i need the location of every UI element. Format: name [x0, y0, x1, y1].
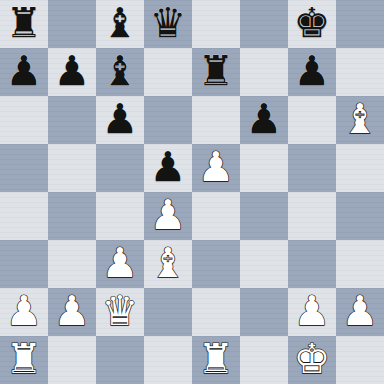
- square-c8[interactable]: ♝: [96, 0, 144, 48]
- square-h1[interactable]: [336, 336, 384, 384]
- square-c7[interactable]: ♝: [96, 48, 144, 96]
- square-f8[interactable]: [240, 0, 288, 48]
- square-d3[interactable]: ♝: [144, 240, 192, 288]
- black-pawn-piece[interactable]: ♟: [150, 144, 187, 191]
- square-h2[interactable]: ♟: [336, 288, 384, 336]
- square-a7[interactable]: ♟: [0, 48, 48, 96]
- black-queen-piece[interactable]: ♛: [150, 0, 187, 47]
- square-a1[interactable]: ♜: [0, 336, 48, 384]
- square-h6[interactable]: ♝: [336, 96, 384, 144]
- square-g5[interactable]: [288, 144, 336, 192]
- square-c6[interactable]: ♟: [96, 96, 144, 144]
- square-c1[interactable]: [96, 336, 144, 384]
- square-e5[interactable]: ♟: [192, 144, 240, 192]
- square-d5[interactable]: ♟: [144, 144, 192, 192]
- square-h3[interactable]: [336, 240, 384, 288]
- white-pawn-piece[interactable]: ♟: [342, 288, 379, 335]
- black-pawn-piece[interactable]: ♟: [102, 96, 139, 143]
- white-pawn-piece[interactable]: ♟: [198, 144, 235, 191]
- white-pawn-piece[interactable]: ♟: [150, 192, 187, 239]
- square-h7[interactable]: [336, 48, 384, 96]
- square-b1[interactable]: [48, 336, 96, 384]
- square-f5[interactable]: [240, 144, 288, 192]
- black-pawn-piece[interactable]: ♟: [246, 96, 283, 143]
- white-rook-piece[interactable]: ♜: [6, 336, 43, 383]
- square-c2[interactable]: ♛: [96, 288, 144, 336]
- square-a2[interactable]: ♟: [0, 288, 48, 336]
- square-f6[interactable]: ♟: [240, 96, 288, 144]
- black-rook-piece[interactable]: ♜: [198, 48, 235, 95]
- square-f4[interactable]: [240, 192, 288, 240]
- square-d1[interactable]: [144, 336, 192, 384]
- square-b2[interactable]: ♟: [48, 288, 96, 336]
- black-king-piece[interactable]: ♚: [294, 0, 331, 47]
- square-a5[interactable]: [0, 144, 48, 192]
- square-b5[interactable]: [48, 144, 96, 192]
- white-rook-piece[interactable]: ♜: [198, 336, 235, 383]
- square-b7[interactable]: ♟: [48, 48, 96, 96]
- black-bishop-piece[interactable]: ♝: [102, 48, 139, 95]
- square-b4[interactable]: [48, 192, 96, 240]
- white-king-piece[interactable]: ♚: [294, 336, 331, 383]
- white-pawn-piece[interactable]: ♟: [294, 288, 331, 335]
- black-pawn-piece[interactable]: ♟: [54, 48, 91, 95]
- square-h5[interactable]: [336, 144, 384, 192]
- square-g8[interactable]: ♚: [288, 0, 336, 48]
- square-c5[interactable]: [96, 144, 144, 192]
- white-pawn-piece[interactable]: ♟: [102, 240, 139, 287]
- square-g6[interactable]: [288, 96, 336, 144]
- square-c3[interactable]: ♟: [96, 240, 144, 288]
- square-d7[interactable]: [144, 48, 192, 96]
- white-pawn-piece[interactable]: ♟: [6, 288, 43, 335]
- black-pawn-piece[interactable]: ♟: [294, 48, 331, 95]
- black-rook-piece[interactable]: ♜: [6, 0, 43, 47]
- square-f1[interactable]: [240, 336, 288, 384]
- square-f7[interactable]: [240, 48, 288, 96]
- black-bishop-piece[interactable]: ♝: [102, 0, 139, 47]
- square-f3[interactable]: [240, 240, 288, 288]
- chess-board: ♜♝♛♚♟♟♝♜♟♟♟♝♟♟♟♟♝♟♟♛♟♟♜♜♚: [0, 0, 384, 384]
- square-e1[interactable]: ♜: [192, 336, 240, 384]
- square-e6[interactable]: [192, 96, 240, 144]
- square-c4[interactable]: [96, 192, 144, 240]
- square-d2[interactable]: [144, 288, 192, 336]
- square-a8[interactable]: ♜: [0, 0, 48, 48]
- square-g2[interactable]: ♟: [288, 288, 336, 336]
- square-b3[interactable]: [48, 240, 96, 288]
- square-b8[interactable]: [48, 0, 96, 48]
- square-g7[interactable]: ♟: [288, 48, 336, 96]
- square-e7[interactable]: ♜: [192, 48, 240, 96]
- white-pawn-piece[interactable]: ♟: [54, 288, 91, 335]
- square-g4[interactable]: [288, 192, 336, 240]
- square-h8[interactable]: [336, 0, 384, 48]
- square-h4[interactable]: [336, 192, 384, 240]
- square-e8[interactable]: [192, 0, 240, 48]
- square-g1[interactable]: ♚: [288, 336, 336, 384]
- white-queen-piece[interactable]: ♛: [102, 288, 139, 335]
- square-g3[interactable]: [288, 240, 336, 288]
- square-e2[interactable]: [192, 288, 240, 336]
- square-d4[interactable]: ♟: [144, 192, 192, 240]
- square-e3[interactable]: [192, 240, 240, 288]
- square-a3[interactable]: [0, 240, 48, 288]
- square-d8[interactable]: ♛: [144, 0, 192, 48]
- square-d6[interactable]: [144, 96, 192, 144]
- square-f2[interactable]: [240, 288, 288, 336]
- white-bishop-piece[interactable]: ♝: [150, 240, 187, 287]
- square-a4[interactable]: [0, 192, 48, 240]
- white-bishop-piece[interactable]: ♝: [342, 96, 379, 143]
- square-e4[interactable]: [192, 192, 240, 240]
- square-b6[interactable]: [48, 96, 96, 144]
- black-pawn-piece[interactable]: ♟: [6, 48, 43, 95]
- square-a6[interactable]: [0, 96, 48, 144]
